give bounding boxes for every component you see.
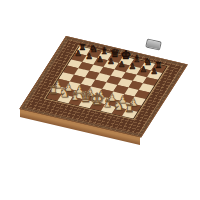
metal-latch — [145, 38, 162, 50]
board-square — [122, 109, 137, 118]
chess-set-product-photo: ♜♞♝♛♚♝♞♜♟♟♟♟♟♟♟♟♟♟♟♟♟♟♟♟♜♞♝♛♚♝♞♜ — [0, 0, 200, 200]
chess-board-grid — [46, 46, 166, 118]
